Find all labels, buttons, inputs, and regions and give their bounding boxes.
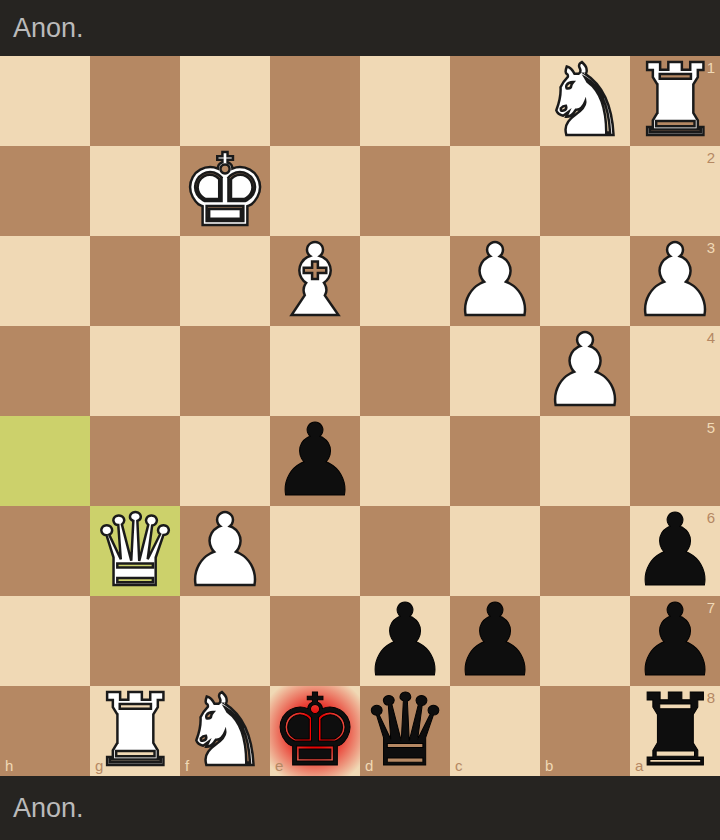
square-d8[interactable]: ♛d [360, 686, 450, 776]
square-d4[interactable] [360, 326, 450, 416]
square-f4[interactable] [180, 326, 270, 416]
square-b4[interactable]: ♟ [540, 326, 630, 416]
square-d2[interactable] [360, 146, 450, 236]
square-h6[interactable] [0, 506, 90, 596]
square-b1[interactable]: ♞ [540, 56, 630, 146]
top-player-name: Anon. [13, 15, 84, 42]
square-f3[interactable] [180, 236, 270, 326]
black-pawn[interactable]: ♟ [270, 416, 360, 506]
square-b6[interactable] [540, 506, 630, 596]
square-g6[interactable]: ♛ [90, 506, 180, 596]
square-d5[interactable] [360, 416, 450, 506]
square-b2[interactable] [540, 146, 630, 236]
square-g4[interactable] [90, 326, 180, 416]
square-f6[interactable]: ♟ [180, 506, 270, 596]
file-label-h: h [5, 758, 13, 773]
black-pawn[interactable]: ♟ [450, 596, 540, 686]
chess-board[interactable]: ♞♜1♚2♝♟♟3♟4♟5♛♟♟6♟♟♟7h♜g♞f♚e♛dcb♜8a [0, 56, 720, 776]
file-label-b: b [545, 758, 553, 773]
square-a3[interactable]: ♟3 [630, 236, 720, 326]
square-c3[interactable]: ♟ [450, 236, 540, 326]
square-c8[interactable]: c [450, 686, 540, 776]
square-g3[interactable] [90, 236, 180, 326]
square-h2[interactable] [0, 146, 90, 236]
square-b8[interactable]: b [540, 686, 630, 776]
square-c5[interactable] [450, 416, 540, 506]
black-rook[interactable]: ♜ [630, 686, 720, 776]
square-c4[interactable] [450, 326, 540, 416]
white-pawn[interactable]: ♟ [180, 506, 270, 596]
white-bishop[interactable]: ♝ [270, 236, 360, 326]
square-g1[interactable] [90, 56, 180, 146]
bottom-player-name: Anon. [13, 795, 84, 822]
square-e6[interactable] [270, 506, 360, 596]
white-rook[interactable]: ♜ [630, 56, 720, 146]
square-h5[interactable] [0, 416, 90, 506]
white-pawn[interactable]: ♟ [540, 326, 630, 416]
square-a4[interactable]: 4 [630, 326, 720, 416]
square-h7[interactable] [0, 596, 90, 686]
white-pawn[interactable]: ♟ [630, 236, 720, 326]
file-label-c: c [455, 758, 463, 773]
white-queen[interactable]: ♛ [90, 506, 180, 596]
black-queen[interactable]: ♛ [360, 686, 450, 776]
square-c7[interactable]: ♟ [450, 596, 540, 686]
square-h8[interactable]: h [0, 686, 90, 776]
app-window: Anon. ♞♜1♚2♝♟♟3♟4♟5♛♟♟6♟♟♟7h♜g♞f♚e♛dcb♜8… [0, 0, 720, 840]
rank-label-5: 5 [707, 420, 715, 435]
black-king[interactable]: ♚ [270, 686, 360, 776]
white-knight[interactable]: ♞ [180, 686, 270, 776]
square-b7[interactable] [540, 596, 630, 686]
square-b5[interactable] [540, 416, 630, 506]
square-f8[interactable]: ♞f [180, 686, 270, 776]
square-h1[interactable] [0, 56, 90, 146]
square-e8[interactable]: ♚e [270, 686, 360, 776]
white-knight[interactable]: ♞ [540, 56, 630, 146]
square-d1[interactable] [360, 56, 450, 146]
square-g2[interactable] [90, 146, 180, 236]
white-rook[interactable]: ♜ [90, 686, 180, 776]
square-c1[interactable] [450, 56, 540, 146]
square-a8[interactable]: ♜8a [630, 686, 720, 776]
white-pawn[interactable]: ♟ [450, 236, 540, 326]
square-e3[interactable]: ♝ [270, 236, 360, 326]
square-a1[interactable]: ♜1 [630, 56, 720, 146]
square-g8[interactable]: ♜g [90, 686, 180, 776]
square-e5[interactable]: ♟ [270, 416, 360, 506]
white-king[interactable]: ♚ [180, 146, 270, 236]
square-e1[interactable] [270, 56, 360, 146]
square-h4[interactable] [0, 326, 90, 416]
square-d3[interactable] [360, 236, 450, 326]
square-h3[interactable] [0, 236, 90, 326]
square-f2[interactable]: ♚ [180, 146, 270, 236]
